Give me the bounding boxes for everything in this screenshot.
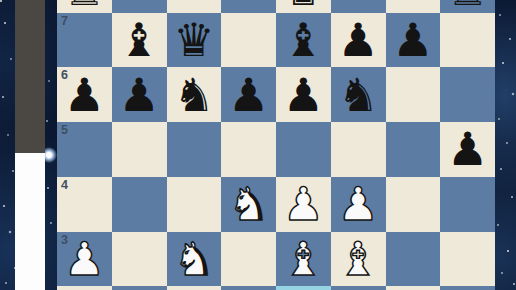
square-h8[interactable]: ♜ bbox=[440, 0, 495, 13]
square-f4[interactable]: ♟ bbox=[331, 177, 386, 232]
square-d6[interactable]: ♟ bbox=[221, 67, 276, 122]
star-field bbox=[0, 0, 2, 2]
white-knight-d4[interactable]: ♞ bbox=[221, 177, 276, 232]
black-pawn-b6[interactable]: ♟ bbox=[112, 67, 167, 122]
rank-label-4: 4 bbox=[61, 178, 68, 192]
square-e2[interactable] bbox=[276, 286, 331, 290]
square-h3[interactable] bbox=[440, 232, 495, 287]
square-c6[interactable]: ♞ bbox=[167, 67, 222, 122]
square-f3[interactable]: ♝ bbox=[331, 232, 386, 287]
square-d7[interactable] bbox=[221, 13, 276, 68]
rank-label-5: 5 bbox=[61, 123, 68, 137]
square-e7[interactable]: ♝ bbox=[276, 13, 331, 68]
square-d4[interactable]: ♞ bbox=[221, 177, 276, 232]
square-f5[interactable] bbox=[331, 122, 386, 177]
square-b3[interactable] bbox=[112, 232, 167, 287]
black-pawn-f7[interactable]: ♟ bbox=[331, 13, 386, 68]
square-e3[interactable]: ♝ bbox=[276, 232, 331, 287]
square-e8[interactable]: ♚ bbox=[276, 0, 331, 13]
square-a8[interactable]: ♜ bbox=[57, 0, 112, 13]
rank-label-3: 3 bbox=[61, 233, 68, 247]
square-a7[interactable]: 7 bbox=[57, 13, 112, 68]
square-h4[interactable] bbox=[440, 177, 495, 232]
square-f7[interactable]: ♟ bbox=[331, 13, 386, 68]
square-f2[interactable] bbox=[331, 286, 386, 290]
black-pawn-h5[interactable]: ♟ bbox=[440, 122, 495, 177]
square-g7[interactable]: ♟ bbox=[386, 13, 441, 68]
square-c4[interactable] bbox=[167, 177, 222, 232]
square-e5[interactable] bbox=[276, 122, 331, 177]
square-b2[interactable] bbox=[112, 286, 167, 290]
square-a3[interactable]: ♟3 bbox=[57, 232, 112, 287]
square-e4[interactable]: ♟ bbox=[276, 177, 331, 232]
black-pawn-e6[interactable]: ♟ bbox=[276, 67, 331, 122]
square-g8[interactable] bbox=[386, 0, 441, 13]
black-knight-c6[interactable]: ♞ bbox=[167, 67, 222, 122]
square-d8[interactable] bbox=[221, 0, 276, 13]
square-d5[interactable] bbox=[221, 122, 276, 177]
black-knight-f6[interactable]: ♞ bbox=[331, 67, 386, 122]
square-g4[interactable] bbox=[386, 177, 441, 232]
square-e6[interactable]: ♟ bbox=[276, 67, 331, 122]
square-a4[interactable]: 4 bbox=[57, 177, 112, 232]
square-b6[interactable]: ♟ bbox=[112, 67, 167, 122]
square-c2[interactable] bbox=[167, 286, 222, 290]
white-pawn-f4[interactable]: ♟ bbox=[331, 177, 386, 232]
rank-label-6: 6 bbox=[61, 68, 68, 82]
square-h2[interactable] bbox=[440, 286, 495, 290]
chess-board[interactable]: ♜♚♜7♝♛♝♟♟♟6♟♞♟♟♞5♟4♞♟♟♟3♞♝♝ bbox=[57, 0, 495, 290]
white-pawn-e4[interactable]: ♟ bbox=[276, 177, 331, 232]
left-bar-gray-segment bbox=[15, 0, 45, 153]
square-g2[interactable] bbox=[386, 286, 441, 290]
square-a6[interactable]: ♟6 bbox=[57, 67, 112, 122]
square-g5[interactable] bbox=[386, 122, 441, 177]
square-a5[interactable]: 5 bbox=[57, 122, 112, 177]
square-b4[interactable] bbox=[112, 177, 167, 232]
square-h6[interactable] bbox=[440, 67, 495, 122]
square-c8[interactable] bbox=[167, 0, 222, 13]
white-bishop-f3[interactable]: ♝ bbox=[331, 232, 386, 287]
square-f8[interactable] bbox=[331, 0, 386, 13]
square-c5[interactable] bbox=[167, 122, 222, 177]
white-knight-c3[interactable]: ♞ bbox=[167, 232, 222, 287]
square-d3[interactable] bbox=[221, 232, 276, 287]
square-h5[interactable]: ♟ bbox=[440, 122, 495, 177]
square-b8[interactable] bbox=[112, 0, 167, 13]
black-bishop-e7[interactable]: ♝ bbox=[276, 13, 331, 68]
square-a2[interactable] bbox=[57, 286, 112, 290]
black-pawn-d6[interactable]: ♟ bbox=[221, 67, 276, 122]
square-f6[interactable]: ♞ bbox=[331, 67, 386, 122]
left-bar-white-segment bbox=[15, 153, 45, 290]
square-b7[interactable]: ♝ bbox=[112, 13, 167, 68]
rank-label-7: 7 bbox=[61, 14, 68, 28]
square-h7[interactable] bbox=[440, 13, 495, 68]
black-pawn-g7[interactable]: ♟ bbox=[386, 13, 441, 68]
black-queen-c7[interactable]: ♛ bbox=[167, 13, 222, 68]
square-c7[interactable]: ♛ bbox=[167, 13, 222, 68]
square-b5[interactable] bbox=[112, 122, 167, 177]
square-g3[interactable] bbox=[386, 232, 441, 287]
square-c3[interactable]: ♞ bbox=[167, 232, 222, 287]
white-bishop-e3[interactable]: ♝ bbox=[276, 232, 331, 287]
square-g6[interactable] bbox=[386, 67, 441, 122]
black-bishop-b7[interactable]: ♝ bbox=[112, 13, 167, 68]
square-d2[interactable] bbox=[221, 286, 276, 290]
screenshot-stage: ♜♚♜7♝♛♝♟♟♟6♟♞♟♟♞5♟4♞♟♟♟3♞♝♝ bbox=[0, 0, 516, 290]
